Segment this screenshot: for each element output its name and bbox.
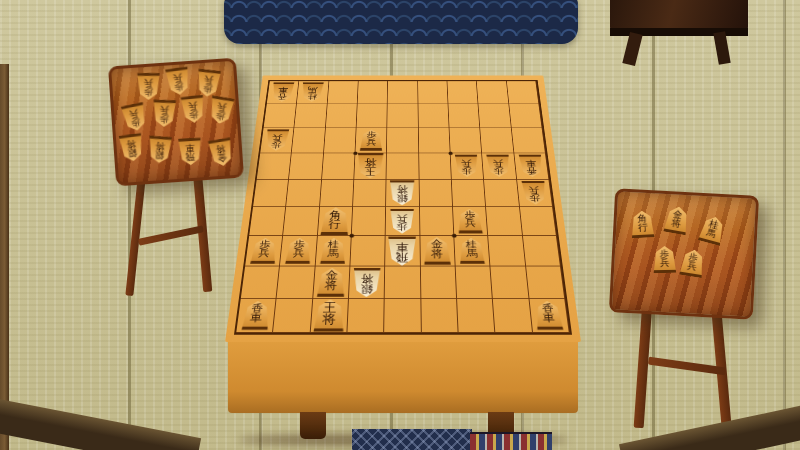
piece-sente-歩兵[interactable]: 歩兵 <box>249 238 278 264</box>
board-square[interactable] <box>353 179 387 207</box>
komadai-crossbar <box>138 225 204 246</box>
komadai-crossbar <box>648 357 726 376</box>
piece-kanji-bottom: 行 <box>328 219 341 229</box>
piece-gote-歩兵[interactable]: 歩兵 <box>264 130 290 151</box>
tatami-edge-left <box>0 64 9 450</box>
piece-kanji-bottom: 将 <box>671 218 682 229</box>
piece-gote-歩兵[interactable]: 歩兵 <box>486 155 512 177</box>
piece-kanji-bottom: 車 <box>543 313 556 323</box>
board-square[interactable] <box>289 153 323 179</box>
board-square[interactable]: 桂馬 <box>297 81 329 104</box>
board-square[interactable] <box>283 207 319 236</box>
piece-gote-歩兵[interactable]: 歩兵 <box>454 155 479 177</box>
piece-kanji-bottom: 車 <box>278 87 288 94</box>
board-square[interactable] <box>418 104 449 128</box>
board-square[interactable] <box>418 81 449 104</box>
piece-gote-銀将[interactable]: 銀将 <box>389 180 416 205</box>
board-square[interactable] <box>273 299 313 333</box>
piece-sente-桂馬[interactable]: 桂馬 <box>458 238 486 264</box>
board-square[interactable] <box>488 236 525 267</box>
board-square[interactable]: 歩兵 <box>260 128 294 153</box>
komadai-leg <box>125 168 146 296</box>
piece-kanji-bottom: 兵 <box>188 101 198 111</box>
board-square[interactable] <box>452 179 487 207</box>
board-square[interactable] <box>420 207 455 236</box>
piece-kanji-bottom: 兵 <box>272 134 283 141</box>
board-grid: 香車桂馬歩兵歩兵玉将歩兵歩兵香車銀将歩兵角行歩兵歩兵歩兵歩兵桂馬飛車金将桂馬金将… <box>234 80 572 335</box>
board-square[interactable]: 王将 <box>310 299 349 333</box>
board-square[interactable] <box>264 104 297 128</box>
board-front-face <box>228 341 578 413</box>
board-square[interactable] <box>350 236 386 267</box>
piece-gote-歩兵[interactable]: 歩兵 <box>390 209 416 234</box>
board-square[interactable]: 歩兵 <box>245 236 283 267</box>
board-square[interactable]: 歩兵 <box>451 153 485 179</box>
board-square[interactable]: 金将 <box>313 267 350 299</box>
piece-gote-歩兵[interactable]: 歩兵 <box>136 73 160 100</box>
piece-sente-歩兵[interactable]: 歩兵 <box>359 130 383 151</box>
piece-kanji-bottom: 兵 <box>128 109 139 120</box>
piece-kanji-bottom: 将 <box>365 158 377 167</box>
side-table-top <box>610 0 748 30</box>
board-square[interactable]: 香車 <box>514 153 549 179</box>
piece-kanji-bottom: 兵 <box>216 102 227 112</box>
piece-gote-歩兵[interactable]: 歩兵 <box>207 95 235 125</box>
board-square[interactable] <box>479 104 512 128</box>
board-square[interactable] <box>418 128 450 153</box>
board-square[interactable]: 飛車 <box>385 236 420 267</box>
side-table-leg <box>622 32 642 66</box>
board-square[interactable] <box>523 236 561 267</box>
board-square[interactable] <box>347 299 385 333</box>
tatami-edge-bottom-left <box>0 394 201 450</box>
piece-kanji-bottom: 将 <box>397 185 408 194</box>
piece-kanji-bottom: 将 <box>155 142 165 152</box>
board-square[interactable] <box>449 128 482 153</box>
board-square[interactable] <box>388 104 419 128</box>
board-square[interactable]: 香車 <box>529 299 570 333</box>
board-square[interactable] <box>493 299 533 333</box>
piece-sente-桂馬[interactable]: 桂馬 <box>697 214 727 246</box>
board-square[interactable] <box>357 104 388 128</box>
board-square[interactable] <box>327 81 358 104</box>
board-square[interactable] <box>477 81 509 104</box>
piece-kanji-bottom: 兵 <box>366 139 376 146</box>
board-square[interactable] <box>421 267 458 299</box>
piece-gote-玉将[interactable]: 玉将 <box>356 153 384 178</box>
piece-gote-香車[interactable]: 香車 <box>270 83 295 102</box>
piece-kanji-bottom: 兵 <box>144 79 153 88</box>
piece-kanji-bottom: 兵 <box>258 249 270 258</box>
piece-kanji-bottom: 兵 <box>465 219 476 228</box>
board-square[interactable] <box>419 153 452 179</box>
board-square[interactable]: 金将 <box>420 236 456 267</box>
board-square[interactable] <box>486 207 522 236</box>
piece-gote-歩兵[interactable]: 歩兵 <box>195 68 222 97</box>
board-square[interactable] <box>520 207 557 236</box>
board-square[interactable] <box>421 299 459 333</box>
piece-kanji-bottom: 車 <box>185 144 195 154</box>
piece-kanji-bottom: 将 <box>322 313 336 324</box>
piece-sente-金将[interactable]: 金将 <box>423 237 452 265</box>
tatami-edge-bottom-right <box>619 396 800 450</box>
side-table-leg <box>713 31 730 65</box>
piece-sente-金将[interactable]: 金将 <box>663 205 691 236</box>
board-square[interactable] <box>457 299 496 333</box>
board-square[interactable] <box>286 179 321 207</box>
board-square[interactable]: 銀将 <box>386 179 419 207</box>
board-square[interactable]: 歩兵 <box>355 128 387 153</box>
board-square[interactable]: 歩兵 <box>482 153 516 179</box>
piece-kanji-top: 歩 <box>159 115 169 124</box>
piece-gote-歩兵[interactable]: 歩兵 <box>521 181 548 204</box>
board-square[interactable] <box>387 128 419 153</box>
piece-kanji-bottom: 車 <box>525 159 536 167</box>
board-square[interactable]: 銀将 <box>349 267 386 299</box>
board-square[interactable]: 歩兵 <box>517 179 553 207</box>
board-square[interactable]: 角行 <box>318 207 353 236</box>
scene: 香車桂馬歩兵歩兵玉将歩兵歩兵香車銀将歩兵角行歩兵歩兵歩兵歩兵桂馬飛車金将桂馬金将… <box>0 0 800 450</box>
piece-kanji-bottom: 将 <box>325 280 338 290</box>
board-square[interactable] <box>385 267 421 299</box>
piece-kanji-bottom: 兵 <box>160 106 170 115</box>
piece-kanji-bottom: 兵 <box>461 159 472 167</box>
board-square[interactable]: 香車 <box>267 81 300 104</box>
board-square[interactable] <box>295 104 328 128</box>
hoshi-dot <box>448 151 452 154</box>
board-square[interactable] <box>387 153 420 179</box>
piece-kanji-bottom: 将 <box>361 273 374 283</box>
board-square[interactable]: 歩兵 <box>453 207 488 236</box>
piece-kanji-bottom: 馬 <box>706 227 718 238</box>
piece-kanji-bottom: 兵 <box>172 73 183 83</box>
board-square[interactable] <box>507 81 540 104</box>
piece-gote-香車[interactable]: 香車 <box>518 155 545 177</box>
shogi-board: 香車桂馬歩兵歩兵玉将歩兵歩兵香車銀将歩兵角行歩兵歩兵歩兵歩兵桂馬飛車金将桂馬金将… <box>225 76 581 342</box>
piece-kanji-bottom: 将 <box>126 140 137 150</box>
board-square[interactable] <box>526 267 565 299</box>
bottom-fabric-ornate <box>470 432 552 450</box>
komadai-left-gote: 歩兵歩兵歩兵歩兵歩兵歩兵歩兵銀将銀将飛車金将 <box>108 58 244 187</box>
piece-kanji-bottom: 将 <box>431 249 443 259</box>
piece-sente-角行[interactable]: 角行 <box>320 207 351 235</box>
board-square[interactable] <box>326 104 358 128</box>
komadai-leg <box>634 302 653 428</box>
board-square[interactable] <box>388 81 418 104</box>
piece-kanji-top: 香 <box>277 93 287 100</box>
piece-kanji-bottom: 兵 <box>528 186 539 194</box>
piece-gote-歩兵[interactable]: 歩兵 <box>164 66 192 96</box>
piece-sente-歩兵[interactable]: 歩兵 <box>284 238 312 264</box>
piece-sente-歩兵[interactable]: 歩兵 <box>457 209 484 234</box>
piece-gote-飛車[interactable]: 飛車 <box>387 236 417 265</box>
komadai-right-sente: 角行金将桂馬歩兵歩兵 <box>609 188 759 319</box>
board-square[interactable] <box>257 153 292 179</box>
board-square[interactable] <box>448 104 480 128</box>
board-square[interactable] <box>447 81 478 104</box>
board-square[interactable] <box>484 179 519 207</box>
board-square[interactable] <box>292 128 326 153</box>
board-surface: 香車桂馬歩兵歩兵玉将歩兵歩兵香車銀将歩兵角行歩兵歩兵歩兵歩兵桂馬飛車金将桂馬金将… <box>225 76 581 342</box>
piece-gote-銀将[interactable]: 銀将 <box>352 268 381 297</box>
bottom-fabric-navy <box>352 429 472 450</box>
piece-sente-香車[interactable]: 香車 <box>241 301 272 330</box>
board-square[interactable] <box>253 179 289 207</box>
piece-gote-金将[interactable]: 金将 <box>207 137 235 168</box>
piece-kanji-bottom: 兵 <box>292 249 304 258</box>
piece-kanji-bottom: 兵 <box>493 159 504 167</box>
piece-kanji-bottom: 兵 <box>687 261 698 271</box>
piece-kanji-bottom: 車 <box>249 313 262 323</box>
piece-gote-歩兵[interactable]: 歩兵 <box>180 95 207 124</box>
board-square[interactable] <box>320 179 355 207</box>
piece-sente-歩兵[interactable]: 歩兵 <box>679 248 707 278</box>
board-square[interactable] <box>358 81 389 104</box>
piece-sente-王将[interactable]: 王将 <box>313 299 346 331</box>
board-square[interactable]: 歩兵 <box>386 207 420 236</box>
piece-kanji-bottom: 兵 <box>203 75 213 85</box>
piece-sente-歩兵[interactable]: 歩兵 <box>652 246 676 273</box>
board-square[interactable] <box>509 104 542 128</box>
board-square[interactable] <box>511 128 545 153</box>
board-square[interactable]: 桂馬 <box>454 236 490 267</box>
piece-sente-角行[interactable]: 角行 <box>630 210 655 238</box>
board-square[interactable] <box>384 299 421 333</box>
piece-gote-飛車[interactable]: 飛車 <box>177 137 202 165</box>
board-square[interactable] <box>419 179 453 207</box>
board-square[interactable] <box>277 267 315 299</box>
seigaiha-cushion <box>224 0 578 44</box>
board-square[interactable] <box>456 267 493 299</box>
piece-gote-桂馬[interactable]: 桂馬 <box>301 83 325 102</box>
hoshi-dot <box>452 234 457 238</box>
piece-kanji-bottom: 馬 <box>327 249 339 258</box>
piece-gote-銀将[interactable]: 銀将 <box>147 135 173 164</box>
piece-kanji-top: 桂 <box>307 93 317 100</box>
piece-gote-歩兵[interactable]: 歩兵 <box>152 99 177 127</box>
piece-gote-銀将[interactable]: 銀将 <box>118 133 146 163</box>
board-square[interactable]: 歩兵 <box>280 236 317 267</box>
board-square[interactable]: 桂馬 <box>315 236 351 267</box>
board-square[interactable] <box>491 267 529 299</box>
board-square[interactable] <box>322 153 356 179</box>
board-square[interactable] <box>249 207 286 236</box>
board-square[interactable]: 香車 <box>236 299 277 333</box>
piece-kanji-bottom: 馬 <box>308 87 318 94</box>
piece-kanji-top: 歩 <box>144 88 154 97</box>
board-square[interactable] <box>324 128 357 153</box>
piece-kanji-bottom: 兵 <box>397 214 408 222</box>
board-square[interactable]: 玉将 <box>354 153 387 179</box>
board-square[interactable] <box>352 207 387 236</box>
piece-gote-歩兵[interactable]: 歩兵 <box>120 102 149 133</box>
piece-kanji-bottom: 兵 <box>660 258 670 267</box>
board-square[interactable] <box>480 128 514 153</box>
board-square[interactable] <box>241 267 280 299</box>
piece-kanji-bottom: 行 <box>638 223 648 233</box>
piece-kanji-bottom: 車 <box>396 242 409 252</box>
piece-kanji-top: 玉 <box>364 167 376 176</box>
piece-kanji-bottom: 将 <box>215 144 226 155</box>
piece-kanji-bottom: 馬 <box>466 249 478 258</box>
piece-sente-金将[interactable]: 金将 <box>316 268 346 297</box>
piece-sente-桂馬[interactable]: 桂馬 <box>319 238 347 264</box>
piece-sente-香車[interactable]: 香車 <box>533 301 564 330</box>
